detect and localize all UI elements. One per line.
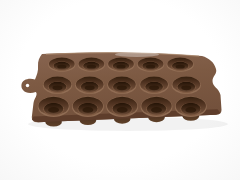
mold-cavity [106,97,138,117]
cavity-grid [38,57,207,117]
sheen-highlight [115,52,159,57]
mold-cavity [38,97,70,117]
mold-cavity [141,97,173,117]
mold-cavity [172,76,201,94]
product-photo [0,0,240,180]
chocolate-mold-illustration [0,0,240,180]
mold-cavity [43,76,72,94]
tab-hole [26,84,29,87]
mold-cavity [107,76,136,94]
mold-cavity [175,97,207,117]
mold-cavity [167,57,194,72]
mold-cavity [75,76,104,94]
mold-cavity [78,57,105,72]
mold-cavity [137,57,164,72]
mold-cavity [72,97,104,117]
mold-cavity [140,76,169,94]
mold-cavity [107,57,134,72]
mold-cavity [48,57,75,72]
